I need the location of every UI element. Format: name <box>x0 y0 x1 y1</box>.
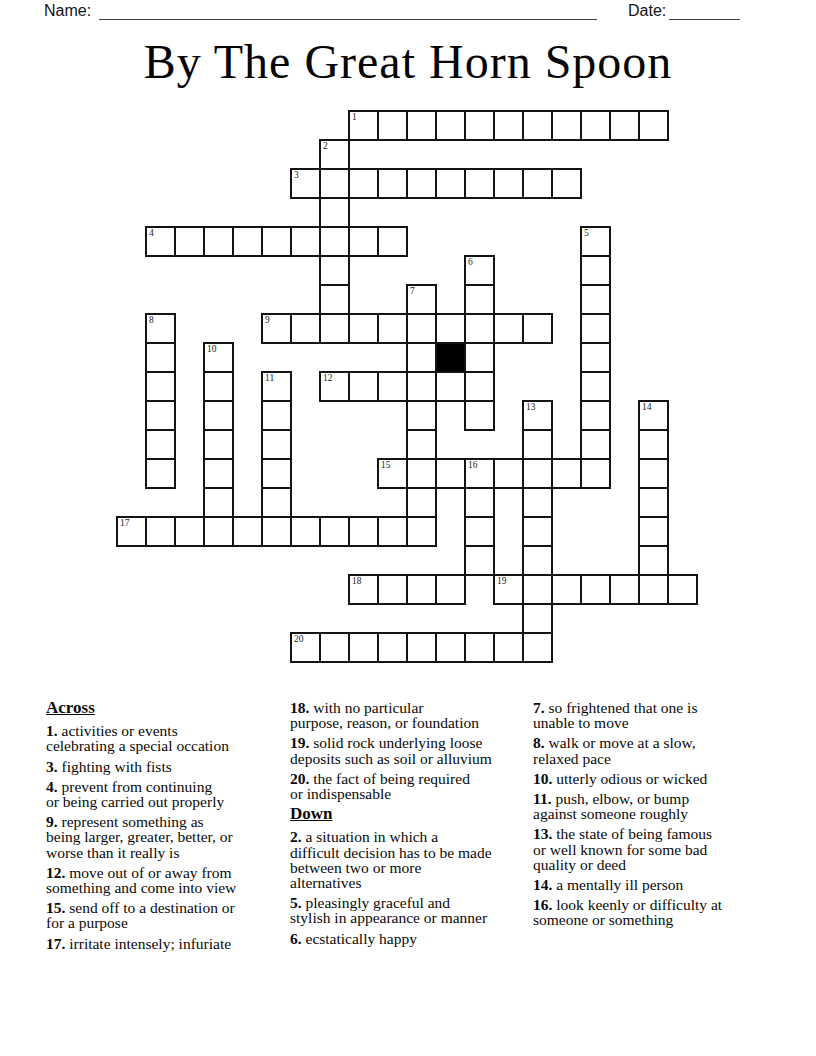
cell-r0-c10[interactable] <box>406 110 437 141</box>
down-heading: Down <box>290 806 542 821</box>
cell-r10-c5[interactable] <box>261 400 292 431</box>
clue-8-number: 8. <box>533 734 545 751</box>
cell-r14-c3[interactable] <box>203 516 234 547</box>
cell-r17-c14[interactable] <box>522 603 553 634</box>
cell-r16-c11[interactable] <box>435 574 466 605</box>
cell-r12-c1[interactable] <box>145 458 176 489</box>
cell-r11-c1[interactable] <box>145 429 176 460</box>
cell-r18-c8[interactable] <box>348 632 379 663</box>
clue-10: 10. utterly odious or wicked <box>533 771 795 786</box>
across-heading: Across <box>46 700 298 715</box>
cell-r11-c16[interactable] <box>580 429 611 460</box>
clue-number-16: 16 <box>468 460 478 470</box>
cell-r2-c12[interactable] <box>464 168 495 199</box>
clue-6: 6. ecstatically happy <box>290 931 542 946</box>
cell-r7-c13[interactable] <box>493 313 524 344</box>
cell-r2-c15[interactable] <box>551 168 582 199</box>
name-write-in-line[interactable] <box>99 19 597 20</box>
clue-17-number: 17. <box>46 935 65 952</box>
cell-r18-c10[interactable] <box>406 632 437 663</box>
cell-r9-c16[interactable] <box>580 371 611 402</box>
cell-r4-c2[interactable] <box>174 226 205 257</box>
cell-r18-c14[interactable] <box>522 632 553 663</box>
cell-r14-c7[interactable] <box>319 516 350 547</box>
cell-r2-c10[interactable] <box>406 168 437 199</box>
clue-number-12: 12 <box>323 373 333 383</box>
cell-r7-c7[interactable] <box>319 313 350 344</box>
cell-r12-c14[interactable] <box>522 458 553 489</box>
cell-r18-c6[interactable]: 20 <box>290 632 321 663</box>
cell-r5-c7[interactable] <box>319 255 350 286</box>
clue-11-number: 11. <box>533 790 552 807</box>
cell-r0-c18[interactable] <box>638 110 669 141</box>
clue-19: 19. solid rock underlying loosedeposits … <box>290 735 542 765</box>
clue-13-number: 13. <box>533 825 552 842</box>
cell-r9-c1[interactable] <box>145 371 176 402</box>
clue-4-number: 4. <box>46 778 58 795</box>
clue-2: 2. a situation in which adifficult decis… <box>290 829 542 890</box>
clue-7-number: 7. <box>533 699 545 716</box>
cell-r8-c10[interactable] <box>406 342 437 373</box>
cell-r9-c10[interactable] <box>406 371 437 402</box>
cell-r12-c12[interactable]: 16 <box>464 458 495 489</box>
cell-r0-c8[interactable]: 1 <box>348 110 379 141</box>
clue-14: 14. a mentally ill person <box>533 877 795 892</box>
cell-r8-c3[interactable]: 10 <box>203 342 234 373</box>
cell-r16-c10[interactable] <box>406 574 437 605</box>
cell-r7-c6[interactable] <box>290 313 321 344</box>
cell-r0-c9[interactable] <box>377 110 408 141</box>
cell-r0-c12[interactable] <box>464 110 495 141</box>
clue-number-19: 19 <box>497 576 507 586</box>
cell-r13-c14[interactable] <box>522 487 553 518</box>
clue-16-number: 16. <box>533 896 552 913</box>
crossword-grid: 1234567891011121314151617181920 <box>116 110 698 663</box>
clue-number-13: 13 <box>526 402 536 412</box>
cell-r9-c9[interactable] <box>377 371 408 402</box>
cell-r6-c16[interactable] <box>580 284 611 315</box>
clue-14-number: 14. <box>533 876 552 893</box>
cell-r7-c8[interactable] <box>348 313 379 344</box>
clue-12-number: 12. <box>46 864 65 881</box>
cell-r2-c9[interactable] <box>377 168 408 199</box>
cell-r0-c15[interactable] <box>551 110 582 141</box>
cell-r9-c12[interactable] <box>464 371 495 402</box>
clue-column-1: Across1. activities or eventscelebrating… <box>46 700 298 956</box>
clue-3: 3. fighting with fists <box>46 759 298 774</box>
clue-1-number: 1. <box>46 722 58 739</box>
cell-r10-c3[interactable] <box>203 400 234 431</box>
cell-r14-c8[interactable] <box>348 516 379 547</box>
clue-number-17: 17 <box>120 518 130 528</box>
cell-r18-c12[interactable] <box>464 632 495 663</box>
cell-r15-c12[interactable] <box>464 545 495 576</box>
cell-r10-c10[interactable] <box>406 400 437 431</box>
clue-number-3: 3 <box>294 170 299 180</box>
cell-r12-c9[interactable]: 15 <box>377 458 408 489</box>
cell-r13-c3[interactable] <box>203 487 234 518</box>
clue-19-number: 19. <box>290 734 309 751</box>
cell-r15-c18[interactable] <box>638 545 669 576</box>
cell-r13-c12[interactable] <box>464 487 495 518</box>
cell-r8-c1[interactable] <box>145 342 176 373</box>
cell-r12-c10[interactable] <box>406 458 437 489</box>
clue-5-number: 5. <box>290 894 302 911</box>
date-label: Date: <box>628 2 666 20</box>
cell-r10-c16[interactable] <box>580 400 611 431</box>
clue-11: 11. push, elbow, or bumpagainst someone … <box>533 791 795 821</box>
cell-r16-c13[interactable]: 19 <box>493 574 524 605</box>
cell-r2-c6[interactable]: 3 <box>290 168 321 199</box>
cell-r5-c12[interactable]: 6 <box>464 255 495 286</box>
clue-12: 12. move out of or away fromsomething an… <box>46 865 298 895</box>
cell-r10-c18[interactable]: 14 <box>638 400 669 431</box>
cell-r4-c5[interactable] <box>261 226 292 257</box>
cell-r12-c3[interactable] <box>203 458 234 489</box>
clue-number-9: 9 <box>265 315 270 325</box>
clue-number-4: 4 <box>149 228 154 238</box>
cell-r4-c1[interactable]: 4 <box>145 226 176 257</box>
cell-r7-c1[interactable]: 8 <box>145 313 176 344</box>
cell-r18-c7[interactable] <box>319 632 350 663</box>
cell-r3-c7[interactable] <box>319 197 350 228</box>
clue-13: 13. the state of being famousor well kno… <box>533 826 795 872</box>
clue-number-7: 7 <box>410 286 415 296</box>
clue-18: 18. with no particularpurpose, reason, o… <box>290 700 542 730</box>
cell-r16-c17[interactable] <box>609 574 640 605</box>
clue-10-number: 10. <box>533 770 552 787</box>
cell-r13-c10[interactable] <box>406 487 437 518</box>
cell-r6-c10[interactable]: 7 <box>406 284 437 315</box>
cell-r6-c12[interactable] <box>464 284 495 315</box>
cell-r12-c18[interactable] <box>638 458 669 489</box>
black-cell-r8-c11 <box>435 342 466 373</box>
clue-16: 16. look keenly or difficulty atsomeone … <box>533 897 795 927</box>
cell-r4-c3[interactable] <box>203 226 234 257</box>
cell-r16-c16[interactable] <box>580 574 611 605</box>
cell-r2-c7[interactable] <box>319 168 350 199</box>
cell-r0-c13[interactable] <box>493 110 524 141</box>
cell-r9-c11[interactable] <box>435 371 466 402</box>
cell-r16-c18[interactable] <box>638 574 669 605</box>
clue-18-number: 18. <box>290 699 309 716</box>
cell-r14-c0[interactable]: 17 <box>116 516 147 547</box>
cell-r18-c11[interactable] <box>435 632 466 663</box>
cell-r13-c18[interactable] <box>638 487 669 518</box>
cell-r16-c19[interactable] <box>667 574 698 605</box>
cell-r9-c3[interactable] <box>203 371 234 402</box>
cell-r2-c11[interactable] <box>435 168 466 199</box>
cell-r1-c7[interactable]: 2 <box>319 139 350 170</box>
cell-r16-c15[interactable] <box>551 574 582 605</box>
cell-r11-c3[interactable] <box>203 429 234 460</box>
cell-r14-c6[interactable] <box>290 516 321 547</box>
clue-9-number: 9. <box>46 813 58 830</box>
cell-r10-c14[interactable]: 13 <box>522 400 553 431</box>
cell-r0-c16[interactable] <box>580 110 611 141</box>
clue-number-10: 10 <box>207 344 217 354</box>
cell-r4-c6[interactable] <box>290 226 321 257</box>
cell-r14-c4[interactable] <box>232 516 263 547</box>
cell-r0-c14[interactable] <box>522 110 553 141</box>
cell-r2-c8[interactable] <box>348 168 379 199</box>
cell-r4-c9[interactable] <box>377 226 408 257</box>
clue-9: 9. represent something asbeing larger, g… <box>46 814 298 860</box>
cell-r16-c14[interactable] <box>522 574 553 605</box>
cell-r14-c10[interactable] <box>406 516 437 547</box>
clue-17: 17. irritate intensely; infuriate <box>46 936 298 951</box>
cell-r7-c10[interactable] <box>406 313 437 344</box>
clue-number-14: 14 <box>642 402 652 412</box>
clue-1: 1. activities or eventscelebrating a spe… <box>46 723 298 753</box>
clue-column-3: 7. so frightened that one isunable to mo… <box>533 700 795 933</box>
cell-r7-c5[interactable]: 9 <box>261 313 292 344</box>
cell-r15-c14[interactable] <box>522 545 553 576</box>
clue-6-number: 6. <box>290 930 302 947</box>
clue-8: 8. walk or move at a slow,relaxed pace <box>533 735 795 765</box>
name-label: Name: <box>44 2 91 20</box>
clue-number-18: 18 <box>352 576 362 586</box>
cell-r9-c7[interactable]: 12 <box>319 371 350 402</box>
cell-r0-c17[interactable] <box>609 110 640 141</box>
cell-r11-c5[interactable] <box>261 429 292 460</box>
cell-r4-c7[interactable] <box>319 226 350 257</box>
cell-r11-c10[interactable] <box>406 429 437 460</box>
cell-r14-c12[interactable] <box>464 516 495 547</box>
cell-r8-c12[interactable] <box>464 342 495 373</box>
clue-20-number: 20. <box>290 770 309 787</box>
cell-r12-c13[interactable] <box>493 458 524 489</box>
clue-2-number: 2. <box>290 828 302 845</box>
cell-r4-c8[interactable] <box>348 226 379 257</box>
clue-3-number: 3. <box>46 758 58 775</box>
clue-7: 7. so frightened that one isunable to mo… <box>533 700 795 730</box>
cell-r7-c11[interactable] <box>435 313 466 344</box>
cell-r10-c12[interactable] <box>464 400 495 431</box>
puzzle-title: By The Great Horn Spoon <box>0 34 816 89</box>
clue-column-2: 18. with no particularpurpose, reason, o… <box>290 700 542 951</box>
cell-r11-c18[interactable] <box>638 429 669 460</box>
cell-r12-c15[interactable] <box>551 458 582 489</box>
cell-r12-c5[interactable] <box>261 458 292 489</box>
clue-number-2: 2 <box>323 141 328 151</box>
date-write-in-line[interactable] <box>669 19 740 20</box>
clue-number-5: 5 <box>584 228 589 238</box>
cell-r12-c11[interactable] <box>435 458 466 489</box>
clue-5: 5. pleasingly graceful andstylish in app… <box>290 895 542 925</box>
cell-r7-c16[interactable] <box>580 313 611 344</box>
cell-r9-c5[interactable]: 11 <box>261 371 292 402</box>
cell-r4-c4[interactable] <box>232 226 263 257</box>
cell-r7-c14[interactable] <box>522 313 553 344</box>
cell-r14-c18[interactable] <box>638 516 669 547</box>
cell-r11-c14[interactable] <box>522 429 553 460</box>
cell-r10-c1[interactable] <box>145 400 176 431</box>
cell-r9-c8[interactable] <box>348 371 379 402</box>
clue-20: 20. the fact of being requiredor indispe… <box>290 771 542 801</box>
clue-15: 15. send off to a destination orfor a pu… <box>46 900 298 930</box>
cell-r7-c12[interactable] <box>464 313 495 344</box>
cell-r14-c14[interactable] <box>522 516 553 547</box>
cell-r8-c16[interactable] <box>580 342 611 373</box>
clue-number-11: 11 <box>265 373 274 383</box>
cell-r14-c1[interactable] <box>145 516 176 547</box>
clue-number-15: 15 <box>381 460 391 470</box>
crossword-worksheet-page: Name: Date: By The Great Horn Spoon 1234… <box>0 0 816 1056</box>
clue-number-20: 20 <box>294 634 304 644</box>
cell-r14-c9[interactable] <box>377 516 408 547</box>
clue-number-6: 6 <box>468 257 473 267</box>
cell-r16-c9[interactable] <box>377 574 408 605</box>
cell-r14-c5[interactable] <box>261 516 292 547</box>
cell-r5-c16[interactable] <box>580 255 611 286</box>
cell-r4-c16[interactable]: 5 <box>580 226 611 257</box>
cell-r18-c13[interactable] <box>493 632 524 663</box>
clue-number-1: 1 <box>352 112 357 122</box>
clue-15-number: 15. <box>46 899 65 916</box>
cell-r0-c11[interactable] <box>435 110 466 141</box>
cell-r14-c2[interactable] <box>174 516 205 547</box>
clue-4: 4. prevent from continuingor being carri… <box>46 779 298 809</box>
cell-r13-c5[interactable] <box>261 487 292 518</box>
cell-r7-c9[interactable] <box>377 313 408 344</box>
cell-r6-c7[interactable] <box>319 284 350 315</box>
clue-number-8: 8 <box>149 315 154 325</box>
cell-r2-c13[interactable] <box>493 168 524 199</box>
cell-r2-c14[interactable] <box>522 168 553 199</box>
cell-r16-c8[interactable]: 18 <box>348 574 379 605</box>
cell-r18-c9[interactable] <box>377 632 408 663</box>
cell-r12-c16[interactable] <box>580 458 611 489</box>
